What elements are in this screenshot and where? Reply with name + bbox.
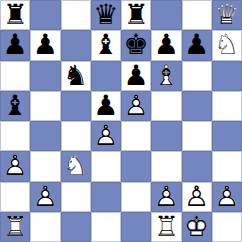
- square-b4[interactable]: [30, 121, 60, 151]
- square-d3[interactable]: [91, 151, 121, 181]
- square-d7[interactable]: ♝: [91, 30, 121, 60]
- piece-white-pawn[interactable]: ♟♙: [0, 151, 30, 181]
- square-b6[interactable]: [30, 61, 60, 91]
- square-h8[interactable]: ♛♕: [212, 0, 242, 30]
- square-f1[interactable]: ♜♖: [151, 212, 181, 242]
- pawn-glyph: ♟: [182, 30, 212, 60]
- piece-black-pawn[interactable]: ♟: [151, 30, 181, 60]
- square-c5[interactable]: [61, 91, 91, 121]
- square-a6[interactable]: [0, 61, 30, 91]
- bishop-outline-glyph: ♗: [151, 61, 181, 91]
- square-h2[interactable]: ♟♙: [212, 182, 242, 212]
- square-f8[interactable]: [151, 0, 181, 30]
- square-g8[interactable]: [182, 0, 212, 30]
- square-c6[interactable]: ♞: [61, 61, 91, 91]
- knight-glyph: ♞: [61, 61, 91, 91]
- square-b3[interactable]: [30, 151, 60, 181]
- queen-glyph: ♛: [91, 0, 121, 30]
- pawn-glyph: ♟: [121, 61, 151, 91]
- piece-white-rook[interactable]: ♜♖: [151, 212, 181, 242]
- knight-outline-glyph: ♘: [61, 151, 91, 181]
- piece-black-bishop[interactable]: ♝: [91, 30, 121, 60]
- piece-black-pawn[interactable]: ♟: [182, 30, 212, 60]
- square-f2[interactable]: ♟♙: [151, 182, 181, 212]
- square-h5[interactable]: [212, 91, 242, 121]
- square-d8[interactable]: ♛: [91, 0, 121, 30]
- square-h6[interactable]: [212, 61, 242, 91]
- square-e1[interactable]: [121, 212, 151, 242]
- square-a5[interactable]: ♝: [0, 91, 30, 121]
- chess-board: ♜♛♜♛♕♟♟♝♚♟♟♞♘♞♟♝♗♝♟♟♙♟♙♟♙♞♘♟♙♟♙♟♙♟♙♜♖♜♖♚…: [0, 0, 242, 242]
- square-b1[interactable]: [30, 212, 60, 242]
- piece-black-queen[interactable]: ♛: [91, 0, 121, 30]
- pawn-glyph: ♟: [0, 30, 30, 60]
- pawn-glyph: ♟: [91, 91, 121, 121]
- square-d5[interactable]: ♟: [91, 91, 121, 121]
- piece-black-pawn[interactable]: ♟: [0, 30, 30, 60]
- square-a4[interactable]: [0, 121, 30, 151]
- square-e4[interactable]: [121, 121, 151, 151]
- square-e6[interactable]: ♟: [121, 61, 151, 91]
- piece-black-knight[interactable]: ♞: [61, 61, 91, 91]
- king-outline-glyph: ♔: [182, 212, 212, 242]
- square-b7[interactable]: ♟: [30, 30, 60, 60]
- pawn-outline-glyph: ♙: [182, 182, 212, 212]
- square-c3[interactable]: ♞♘: [61, 151, 91, 181]
- square-d1[interactable]: [91, 212, 121, 242]
- piece-black-rook[interactable]: ♜: [0, 0, 30, 30]
- square-f3[interactable]: [151, 151, 181, 181]
- square-e5[interactable]: ♟♙: [121, 91, 151, 121]
- pawn-glyph: ♟: [30, 30, 60, 60]
- piece-black-king[interactable]: ♚: [121, 30, 151, 60]
- rook-glyph: ♜: [0, 0, 30, 30]
- piece-white-pawn[interactable]: ♟♙: [182, 182, 212, 212]
- square-d6[interactable]: [91, 61, 121, 91]
- piece-white-bishop[interactable]: ♝♗: [151, 61, 181, 91]
- square-e2[interactable]: [121, 182, 151, 212]
- pawn-outline-glyph: ♙: [212, 182, 242, 212]
- rook-outline-glyph: ♖: [151, 212, 181, 242]
- square-a7[interactable]: ♟: [0, 30, 30, 60]
- pawn-glyph: ♟: [151, 30, 181, 60]
- pawn-outline-glyph: ♙: [91, 121, 121, 151]
- square-d2[interactable]: [91, 182, 121, 212]
- square-a8[interactable]: ♜: [0, 0, 30, 30]
- square-e7[interactable]: ♚: [121, 30, 151, 60]
- square-f7[interactable]: ♟: [151, 30, 181, 60]
- piece-white-pawn[interactable]: ♟♙: [30, 182, 60, 212]
- square-g2[interactable]: ♟♙: [182, 182, 212, 212]
- piece-black-pawn[interactable]: ♟: [121, 61, 151, 91]
- piece-black-pawn[interactable]: ♟: [30, 30, 60, 60]
- piece-white-knight[interactable]: ♞♘: [61, 151, 91, 181]
- square-a1[interactable]: ♜♖: [0, 212, 30, 242]
- square-g6[interactable]: [182, 61, 212, 91]
- square-g1[interactable]: ♚♔: [182, 212, 212, 242]
- piece-white-queen[interactable]: ♛♕: [212, 0, 242, 30]
- square-c4[interactable]: [61, 121, 91, 151]
- piece-black-pawn[interactable]: ♟: [91, 91, 121, 121]
- knight-outline-glyph: ♘: [212, 30, 242, 60]
- square-c8[interactable]: [61, 0, 91, 30]
- piece-white-king[interactable]: ♚♔: [182, 212, 212, 242]
- piece-white-pawn[interactable]: ♟♙: [151, 182, 181, 212]
- square-b8[interactable]: [30, 0, 60, 30]
- square-h3[interactable]: [212, 151, 242, 181]
- square-c2[interactable]: [61, 182, 91, 212]
- square-b5[interactable]: [30, 91, 60, 121]
- rook-outline-glyph: ♖: [0, 212, 30, 242]
- square-c7[interactable]: [61, 30, 91, 60]
- piece-white-knight[interactable]: ♞♘: [212, 30, 242, 60]
- square-e3[interactable]: [121, 151, 151, 181]
- square-e8[interactable]: ♜: [121, 0, 151, 30]
- bishop-glyph: ♝: [91, 30, 121, 60]
- square-g7[interactable]: ♟: [182, 30, 212, 60]
- piece-white-pawn[interactable]: ♟♙: [91, 121, 121, 151]
- square-g5[interactable]: [182, 91, 212, 121]
- piece-white-rook[interactable]: ♜♖: [0, 212, 30, 242]
- square-h1[interactable]: [212, 212, 242, 242]
- square-b2[interactable]: ♟♙: [30, 182, 60, 212]
- square-g4[interactable]: [182, 121, 212, 151]
- queen-outline-glyph: ♕: [212, 0, 242, 30]
- bishop-glyph: ♝: [0, 91, 30, 121]
- piece-white-pawn[interactable]: ♟♙: [121, 91, 151, 121]
- square-f6[interactable]: ♝♗: [151, 61, 181, 91]
- square-h7[interactable]: ♞♘: [212, 30, 242, 60]
- pawn-outline-glyph: ♙: [0, 151, 30, 181]
- piece-black-rook[interactable]: ♜: [121, 0, 151, 30]
- pawn-outline-glyph: ♙: [30, 182, 60, 212]
- square-f5[interactable]: [151, 91, 181, 121]
- square-a2[interactable]: [0, 182, 30, 212]
- rook-glyph: ♜: [121, 0, 151, 30]
- king-glyph: ♚: [121, 30, 151, 60]
- piece-black-bishop[interactable]: ♝: [0, 91, 30, 121]
- pawn-outline-glyph: ♙: [151, 182, 181, 212]
- square-f4[interactable]: [151, 121, 181, 151]
- square-a3[interactable]: ♟♙: [0, 151, 30, 181]
- pawn-outline-glyph: ♙: [121, 91, 151, 121]
- square-c1[interactable]: [61, 212, 91, 242]
- square-d4[interactable]: ♟♙: [91, 121, 121, 151]
- square-h4[interactable]: [212, 121, 242, 151]
- piece-white-pawn[interactable]: ♟♙: [212, 182, 242, 212]
- square-g3[interactable]: [182, 151, 212, 181]
